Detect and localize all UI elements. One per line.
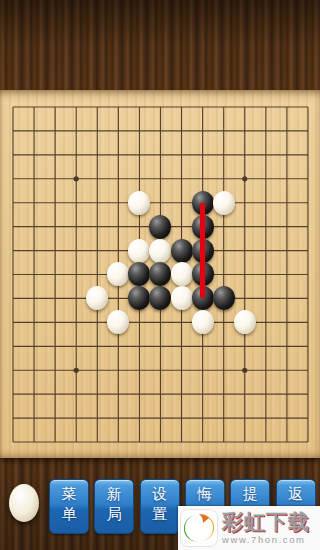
intersection-9-14[interactable] [192,430,213,454]
intersection-5-0[interactable] [108,95,129,119]
intersection-0-2[interactable] [2,143,23,167]
intersection-8-3[interactable] [171,167,192,191]
stone-black [213,286,235,310]
intersection-2-9[interactable] [45,310,66,334]
intersection-2-13[interactable] [45,406,66,430]
intersection-5-6[interactable] [108,239,129,263]
stone-white [128,191,150,215]
intersection-12-11[interactable] [255,358,276,382]
stone-white [128,239,150,263]
intersection-13-2[interactable] [276,143,297,167]
intersection-8-11[interactable] [171,358,192,382]
intersection-2-8[interactable] [45,286,66,310]
intersection-12-6[interactable] [255,239,276,263]
intersection-13-0[interactable] [276,95,297,119]
intersection-10-3[interactable] [213,167,234,191]
intersection-7-10[interactable] [150,334,171,358]
intersection-3-12[interactable] [66,382,87,406]
menu-button[interactable]: 菜单 [49,479,89,534]
intersection-12-9[interactable] [255,310,276,334]
intersection-3-14[interactable] [66,430,87,454]
intersection-2-1[interactable] [45,119,66,143]
app-screen: 菜单新局设置悔棋提示返回 彩虹下载 www.7hon.com [0,0,320,550]
intersection-2-11[interactable] [45,358,66,382]
intersection-0-14[interactable] [2,430,23,454]
intersection-7-11[interactable] [150,358,171,382]
intersection-14-1[interactable] [297,119,318,143]
intersection-1-10[interactable] [24,334,45,358]
intersection-7-9[interactable] [150,310,171,334]
intersection-12-13[interactable] [255,406,276,430]
settings-button[interactable]: 设置 [140,479,180,534]
intersection-14-10[interactable] [297,334,318,358]
intersection-7-8[interactable] [150,286,171,310]
intersection-5-3[interactable] [108,167,129,191]
intersection-7-4[interactable] [150,191,171,215]
intersection-4-10[interactable] [87,334,108,358]
watermark-title: 彩虹下载 [222,510,310,534]
intersection-4-12[interactable] [87,382,108,406]
intersection-9-0[interactable] [192,95,213,119]
intersection-8-5[interactable] [171,215,192,239]
intersection-9-3[interactable] [192,167,213,191]
intersection-4-9[interactable] [87,310,108,334]
intersection-6-5[interactable] [129,215,150,239]
intersection-0-1[interactable] [2,119,23,143]
intersection-0-5[interactable] [2,215,23,239]
intersection-11-2[interactable] [234,143,255,167]
intersection-14-13[interactable] [297,406,318,430]
intersection-12-10[interactable] [255,334,276,358]
intersection-4-11[interactable] [87,358,108,382]
intersection-12-3[interactable] [255,167,276,191]
intersection-9-10[interactable] [192,334,213,358]
stone-white [149,239,171,263]
intersection-9-11[interactable] [192,358,213,382]
intersection-6-0[interactable] [129,95,150,119]
intersection-4-0[interactable] [87,95,108,119]
intersection-12-0[interactable] [255,95,276,119]
intersection-14-12[interactable] [297,382,318,406]
intersection-6-9[interactable] [129,310,150,334]
intersection-14-11[interactable] [297,358,318,382]
hint-button-label-char: 提 [243,484,258,504]
intersection-1-4[interactable] [24,191,45,215]
intersection-3-10[interactable] [66,334,87,358]
intersection-2-2[interactable] [45,143,66,167]
intersection-3-11[interactable] [66,358,87,382]
intersection-1-0[interactable] [24,95,45,119]
stone-white [192,310,214,334]
stone-black [128,286,150,310]
intersection-5-1[interactable] [108,119,129,143]
intersection-0-13[interactable] [2,406,23,430]
intersection-14-9[interactable] [297,310,318,334]
intersection-0-6[interactable] [2,239,23,263]
settings-button-label-char: 置 [152,504,167,524]
intersection-14-3[interactable] [297,167,318,191]
intersection-5-12[interactable] [108,382,129,406]
intersection-14-5[interactable] [297,215,318,239]
intersection-8-7[interactable] [171,262,192,286]
intersection-6-6[interactable] [129,239,150,263]
intersection-2-12[interactable] [45,382,66,406]
stone-white [86,286,108,310]
intersection-11-1[interactable] [234,119,255,143]
intersection-10-9[interactable] [213,310,234,334]
intersection-6-3[interactable] [129,167,150,191]
intersection-6-12[interactable] [129,382,150,406]
intersection-5-10[interactable] [108,334,129,358]
intersection-5-11[interactable] [108,358,129,382]
intersection-11-10[interactable] [234,334,255,358]
intersection-7-3[interactable] [150,167,171,191]
stone-black [149,262,171,286]
intersection-10-5[interactable] [213,215,234,239]
intersection-2-6[interactable] [45,239,66,263]
new-game-button-label-char: 局 [107,504,122,524]
intersection-12-12[interactable] [255,382,276,406]
intersection-1-9[interactable] [24,310,45,334]
intersection-4-2[interactable] [87,143,108,167]
watermark: 彩虹下载 www.7hon.com [178,506,320,550]
intersection-5-9[interactable] [108,310,129,334]
intersection-0-11[interactable] [2,358,23,382]
board-grid [2,95,318,454]
intersection-10-7[interactable] [213,262,234,286]
intersection-7-0[interactable] [150,95,171,119]
intersection-0-9[interactable] [2,310,23,334]
intersection-7-1[interactable] [150,119,171,143]
intersection-8-8[interactable] [171,286,192,310]
intersection-11-6[interactable] [234,239,255,263]
intersection-3-8[interactable] [66,286,87,310]
intersection-10-12[interactable] [213,382,234,406]
intersection-2-0[interactable] [45,95,66,119]
intersection-6-13[interactable] [129,406,150,430]
intersection-2-3[interactable] [45,167,66,191]
intersection-11-3[interactable] [234,167,255,191]
stone-black [171,239,193,263]
intersection-4-7[interactable] [87,262,108,286]
intersection-10-11[interactable] [213,358,234,382]
intersection-11-12[interactable] [234,382,255,406]
intersection-6-11[interactable] [129,358,150,382]
intersection-12-8[interactable] [255,286,276,310]
intersection-8-13[interactable] [171,406,192,430]
intersection-5-2[interactable] [108,143,129,167]
intersection-1-6[interactable] [24,239,45,263]
intersection-3-9[interactable] [66,310,87,334]
intersection-4-13[interactable] [87,406,108,430]
intersection-13-9[interactable] [276,310,297,334]
intersection-6-1[interactable] [129,119,150,143]
intersection-1-8[interactable] [24,286,45,310]
undo-button-label-char: 悔 [198,484,213,504]
intersection-5-5[interactable] [108,215,129,239]
back-button-label-char: 返 [288,484,303,504]
intersection-9-12[interactable] [192,382,213,406]
stone-black [149,286,171,310]
intersection-10-8[interactable] [213,286,234,310]
win-line [200,203,205,299]
intersection-1-7[interactable] [24,262,45,286]
intersection-14-8[interactable] [297,286,318,310]
stone-white [213,191,235,215]
intersection-2-5[interactable] [45,215,66,239]
intersection-8-1[interactable] [171,119,192,143]
intersection-0-0[interactable] [2,95,23,119]
intersection-9-2[interactable] [192,143,213,167]
menu-button-label-char: 菜 [62,484,77,504]
intersection-14-7[interactable] [297,262,318,286]
intersection-13-4[interactable] [276,191,297,215]
intersection-13-12[interactable] [276,382,297,406]
intersection-5-13[interactable] [108,406,129,430]
intersection-12-1[interactable] [255,119,276,143]
intersection-6-7[interactable] [129,262,150,286]
intersection-10-10[interactable] [213,334,234,358]
stone-white [171,286,193,310]
new-game-button[interactable]: 新局 [94,479,134,534]
intersection-3-5[interactable] [66,215,87,239]
intersection-0-7[interactable] [2,262,23,286]
watermark-text: 彩虹下载 www.7hon.com [222,510,310,546]
intersection-0-10[interactable] [2,334,23,358]
intersection-0-4[interactable] [2,191,23,215]
gomoku-board[interactable] [0,90,320,458]
intersection-3-7[interactable] [66,262,87,286]
intersection-8-12[interactable] [171,382,192,406]
intersection-8-0[interactable] [171,95,192,119]
intersection-3-0[interactable] [66,95,87,119]
stone-white [171,262,193,286]
intersection-10-2[interactable] [213,143,234,167]
intersection-4-1[interactable] [87,119,108,143]
intersection-11-14[interactable] [234,430,255,454]
intersection-1-1[interactable] [24,119,45,143]
intersection-7-14[interactable] [150,430,171,454]
intersection-3-4[interactable] [66,191,87,215]
intersection-10-0[interactable] [213,95,234,119]
intersection-13-6[interactable] [276,239,297,263]
intersection-4-3[interactable] [87,167,108,191]
intersection-13-13[interactable] [276,406,297,430]
stone-black [128,262,150,286]
intersection-8-9[interactable] [171,310,192,334]
intersection-12-5[interactable] [255,215,276,239]
intersection-13-5[interactable] [276,215,297,239]
intersection-3-13[interactable] [66,406,87,430]
menu-button-label-char: 单 [62,504,77,524]
intersection-2-7[interactable] [45,262,66,286]
intersection-6-4[interactable] [129,191,150,215]
intersection-5-8[interactable] [108,286,129,310]
stone-white [234,310,256,334]
intersection-2-10[interactable] [45,334,66,358]
new-game-button-label-char: 新 [107,484,122,504]
intersection-14-4[interactable] [297,191,318,215]
stone-black [149,215,171,239]
intersection-7-7[interactable] [150,262,171,286]
intersection-11-11[interactable] [234,358,255,382]
intersection-11-9[interactable] [234,310,255,334]
intersection-12-4[interactable] [255,191,276,215]
intersection-6-8[interactable] [129,286,150,310]
intersection-10-6[interactable] [213,239,234,263]
intersection-6-2[interactable] [129,143,150,167]
intersection-3-6[interactable] [66,239,87,263]
intersection-13-1[interactable] [276,119,297,143]
intersection-3-3[interactable] [66,167,87,191]
intersection-8-6[interactable] [171,239,192,263]
intersection-11-13[interactable] [234,406,255,430]
intersection-2-4[interactable] [45,191,66,215]
intersection-1-2[interactable] [24,143,45,167]
intersection-5-14[interactable] [108,430,129,454]
intersection-4-8[interactable] [87,286,108,310]
intersection-14-14[interactable] [297,430,318,454]
intersection-4-14[interactable] [87,430,108,454]
intersection-4-5[interactable] [87,215,108,239]
intersection-8-10[interactable] [171,334,192,358]
intersection-14-6[interactable] [297,239,318,263]
intersection-11-4[interactable] [234,191,255,215]
intersection-12-2[interactable] [255,143,276,167]
intersection-3-2[interactable] [66,143,87,167]
intersection-13-10[interactable] [276,334,297,358]
intersection-11-0[interactable] [234,95,255,119]
intersection-8-14[interactable] [171,430,192,454]
intersection-10-1[interactable] [213,119,234,143]
intersection-7-2[interactable] [150,143,171,167]
stone-white [107,310,129,334]
intersection-9-13[interactable] [192,406,213,430]
intersection-11-8[interactable] [234,286,255,310]
intersection-0-12[interactable] [2,382,23,406]
intersection-13-14[interactable] [276,430,297,454]
intersection-0-8[interactable] [2,286,23,310]
intersection-13-7[interactable] [276,262,297,286]
intersection-14-0[interactable] [297,95,318,119]
intersection-8-4[interactable] [171,191,192,215]
intersection-10-14[interactable] [213,430,234,454]
intersection-12-7[interactable] [255,262,276,286]
intersection-7-13[interactable] [150,406,171,430]
intersection-1-12[interactable] [24,382,45,406]
intersection-9-9[interactable] [192,310,213,334]
intersection-0-3[interactable] [2,167,23,191]
intersection-1-5[interactable] [24,215,45,239]
intersection-14-2[interactable] [297,143,318,167]
intersection-1-3[interactable] [24,167,45,191]
intersection-11-7[interactable] [234,262,255,286]
intersection-13-11[interactable] [276,358,297,382]
intersection-12-14[interactable] [255,430,276,454]
settings-button-label-char: 设 [152,484,167,504]
intersection-9-1[interactable] [192,119,213,143]
intersection-1-11[interactable] [24,358,45,382]
intersection-10-13[interactable] [213,406,234,430]
intersection-10-4[interactable] [213,191,234,215]
intersection-4-6[interactable] [87,239,108,263]
stone-white [107,262,129,286]
intersection-8-2[interactable] [171,143,192,167]
intersection-4-4[interactable] [87,191,108,215]
intersection-2-14[interactable] [45,430,66,454]
intersection-7-6[interactable] [150,239,171,263]
watermark-url: www.7hon.com [222,534,306,546]
intersection-6-10[interactable] [129,334,150,358]
intersection-1-13[interactable] [24,406,45,430]
intersection-6-14[interactable] [129,430,150,454]
watermark-logo-icon [180,509,218,547]
intersection-13-3[interactable] [276,167,297,191]
intersection-1-14[interactable] [24,430,45,454]
intersection-11-5[interactable] [234,215,255,239]
intersection-5-7[interactable] [108,262,129,286]
intersection-7-12[interactable] [150,382,171,406]
intersection-7-5[interactable] [150,215,171,239]
intersection-3-1[interactable] [66,119,87,143]
intersection-5-4[interactable] [108,191,129,215]
intersection-13-8[interactable] [276,286,297,310]
